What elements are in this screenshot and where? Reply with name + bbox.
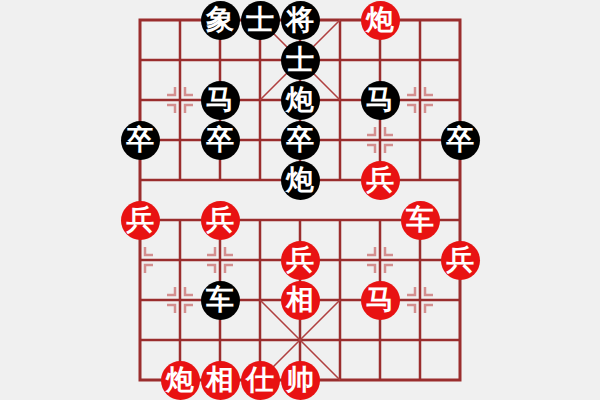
piece-black-cannon[interactable]: 炮 — [281, 81, 320, 120]
piece-black-general[interactable]: 将 — [281, 1, 320, 40]
piece-red-soldier[interactable]: 兵 — [281, 241, 320, 280]
piece-black-soldier[interactable]: 卒 — [441, 121, 480, 160]
piece-red-elephant[interactable]: 相 — [201, 361, 240, 400]
piece-black-cannon[interactable]: 炮 — [281, 161, 320, 200]
piece-red-chariot[interactable]: 车 — [401, 201, 440, 240]
piece-red-horse[interactable]: 马 — [361, 281, 400, 320]
piece-black-chariot[interactable]: 车 — [201, 281, 240, 320]
piece-red-soldier[interactable]: 兵 — [441, 241, 480, 280]
xiangqi-board: 象士将炮士马炮马卒卒卒卒炮兵兵兵车兵兵车相马炮相仕帅 — [0, 0, 600, 400]
piece-red-advisor[interactable]: 仕 — [241, 361, 280, 400]
piece-red-soldier[interactable]: 兵 — [201, 201, 240, 240]
piece-red-cannon[interactable]: 炮 — [361, 1, 400, 40]
piece-red-king[interactable]: 帅 — [281, 361, 320, 400]
piece-black-elephant[interactable]: 象 — [201, 1, 240, 40]
piece-red-soldier[interactable]: 兵 — [121, 201, 160, 240]
piece-black-soldier[interactable]: 卒 — [281, 121, 320, 160]
piece-red-elephant[interactable]: 相 — [281, 281, 320, 320]
piece-black-advisor[interactable]: 士 — [241, 1, 280, 40]
piece-black-advisor[interactable]: 士 — [281, 41, 320, 80]
piece-layer: 象士将炮士马炮马卒卒卒卒炮兵兵兵车兵兵车相马炮相仕帅 — [120, 0, 480, 400]
piece-red-cannon[interactable]: 炮 — [161, 361, 200, 400]
piece-black-soldier[interactable]: 卒 — [121, 121, 160, 160]
piece-red-soldier[interactable]: 兵 — [361, 161, 400, 200]
piece-black-soldier[interactable]: 卒 — [201, 121, 240, 160]
piece-black-horse[interactable]: 马 — [201, 81, 240, 120]
piece-black-horse[interactable]: 马 — [361, 81, 400, 120]
